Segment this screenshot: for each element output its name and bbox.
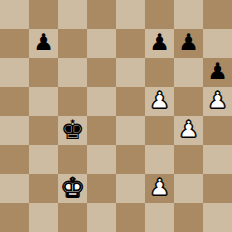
white-pawn[interactable]: ♟ xyxy=(149,176,170,199)
square-f3[interactable] xyxy=(145,145,174,174)
square-b2[interactable] xyxy=(29,174,58,203)
square-d3[interactable] xyxy=(87,145,116,174)
square-a1[interactable] xyxy=(0,203,29,232)
square-d6[interactable] xyxy=(87,58,116,87)
white-pawn[interactable]: ♟ xyxy=(149,89,170,112)
square-b3[interactable] xyxy=(29,145,58,174)
square-h3[interactable] xyxy=(203,145,232,174)
square-b6[interactable] xyxy=(29,58,58,87)
square-h2[interactable] xyxy=(203,174,232,203)
square-h4[interactable] xyxy=(203,116,232,145)
square-e5[interactable] xyxy=(116,87,145,116)
square-a6[interactable] xyxy=(0,58,29,87)
square-c6[interactable] xyxy=(58,58,87,87)
square-f1[interactable] xyxy=(145,203,174,232)
square-f6[interactable] xyxy=(145,58,174,87)
square-g3[interactable] xyxy=(174,145,203,174)
black-pawn[interactable]: ♟ xyxy=(178,31,199,54)
square-e2[interactable] xyxy=(116,174,145,203)
black-pawn[interactable]: ♟ xyxy=(149,31,170,54)
square-g2[interactable] xyxy=(174,174,203,203)
white-pawn[interactable]: ♟ xyxy=(178,118,199,141)
black-pawn[interactable]: ♟ xyxy=(33,31,54,54)
square-h8[interactable] xyxy=(203,0,232,29)
square-f4[interactable] xyxy=(145,116,174,145)
square-d7[interactable] xyxy=(87,29,116,58)
square-d5[interactable] xyxy=(87,87,116,116)
square-a3[interactable] xyxy=(0,145,29,174)
square-e3[interactable] xyxy=(116,145,145,174)
square-a8[interactable] xyxy=(0,0,29,29)
square-f2[interactable]: ♟ xyxy=(145,174,174,203)
square-c5[interactable] xyxy=(58,87,87,116)
square-a4[interactable] xyxy=(0,116,29,145)
square-b1[interactable] xyxy=(29,203,58,232)
square-g8[interactable] xyxy=(174,0,203,29)
square-c2[interactable]: ♚ xyxy=(58,174,87,203)
square-c7[interactable] xyxy=(58,29,87,58)
square-f5[interactable]: ♟ xyxy=(145,87,174,116)
square-g6[interactable] xyxy=(174,58,203,87)
black-king[interactable]: ♚ xyxy=(60,116,84,143)
square-c1[interactable] xyxy=(58,203,87,232)
square-e6[interactable] xyxy=(116,58,145,87)
square-d8[interactable] xyxy=(87,0,116,29)
square-h7[interactable] xyxy=(203,29,232,58)
square-b5[interactable] xyxy=(29,87,58,116)
square-e8[interactable] xyxy=(116,0,145,29)
square-e4[interactable] xyxy=(116,116,145,145)
square-f8[interactable] xyxy=(145,0,174,29)
chess-board: ♟♟♟♟♟♟♚♟♚♟ xyxy=(0,0,232,232)
white-king[interactable]: ♚ xyxy=(60,174,84,201)
square-h6[interactable]: ♟ xyxy=(203,58,232,87)
square-c3[interactable] xyxy=(58,145,87,174)
square-g1[interactable] xyxy=(174,203,203,232)
square-f7[interactable]: ♟ xyxy=(145,29,174,58)
square-g4[interactable]: ♟ xyxy=(174,116,203,145)
square-b8[interactable] xyxy=(29,0,58,29)
square-g7[interactable]: ♟ xyxy=(174,29,203,58)
square-d2[interactable] xyxy=(87,174,116,203)
square-g5[interactable] xyxy=(174,87,203,116)
square-d4[interactable] xyxy=(87,116,116,145)
square-e7[interactable] xyxy=(116,29,145,58)
square-h5[interactable]: ♟ xyxy=(203,87,232,116)
square-a7[interactable] xyxy=(0,29,29,58)
square-c8[interactable] xyxy=(58,0,87,29)
black-pawn[interactable]: ♟ xyxy=(207,60,228,83)
square-b7[interactable]: ♟ xyxy=(29,29,58,58)
square-b4[interactable] xyxy=(29,116,58,145)
square-h1[interactable] xyxy=(203,203,232,232)
square-e1[interactable] xyxy=(116,203,145,232)
square-a5[interactable] xyxy=(0,87,29,116)
square-c4[interactable]: ♚ xyxy=(58,116,87,145)
square-a2[interactable] xyxy=(0,174,29,203)
white-pawn[interactable]: ♟ xyxy=(207,89,228,112)
square-d1[interactable] xyxy=(87,203,116,232)
